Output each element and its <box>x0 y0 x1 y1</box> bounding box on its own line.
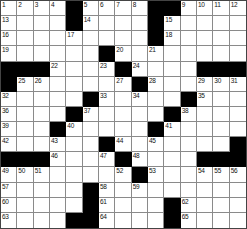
cell-r4c4[interactable] <box>50 46 66 61</box>
clue-number-34: 34 <box>133 92 140 99</box>
cell-r6c12[interactable] <box>181 77 197 92</box>
cell-r10c12[interactable] <box>181 137 197 152</box>
cell-r5c5[interactable] <box>66 62 82 77</box>
block-r11c8 <box>115 152 131 167</box>
clue-number-50: 50 <box>18 167 25 174</box>
block-r6c9 <box>132 77 148 92</box>
clue-number-12: 12 <box>231 1 238 8</box>
cell-r13c9[interactable]: 59 <box>132 183 148 198</box>
cell-r13c13[interactable] <box>197 183 213 198</box>
block-r11c1 <box>1 152 17 167</box>
cell-r12c14[interactable]: 55 <box>213 167 229 182</box>
cell-r14c5[interactable] <box>66 198 82 213</box>
clue-number-29: 29 <box>198 77 205 84</box>
block-r5c1 <box>1 62 17 77</box>
cell-r4c1[interactable]: 19 <box>1 46 17 61</box>
clue-number-1: 1 <box>2 1 5 8</box>
cell-r8c7[interactable] <box>99 107 115 122</box>
clue-number-43: 43 <box>51 137 58 144</box>
clue-number-44: 44 <box>116 137 123 144</box>
cell-r3c4[interactable] <box>50 31 66 46</box>
cell-r10c1[interactable]: 42 <box>1 137 17 152</box>
cell-r14c13[interactable] <box>197 198 213 213</box>
clue-number-54: 54 <box>198 167 205 174</box>
cell-r11c10[interactable] <box>148 152 164 167</box>
block-r15c6 <box>83 213 99 228</box>
cell-r13c1[interactable]: 57 <box>1 183 17 198</box>
cell-r12c4[interactable] <box>50 167 66 182</box>
clue-number-5: 5 <box>84 1 87 8</box>
clue-number-3: 3 <box>35 1 38 8</box>
block-r5c3 <box>34 62 50 77</box>
cell-r4c13[interactable] <box>197 46 213 61</box>
cell-r10c11[interactable] <box>164 137 180 152</box>
cell-r7c15[interactable] <box>230 92 246 107</box>
block-r9c10 <box>148 122 164 137</box>
cell-r7c9[interactable]: 34 <box>132 92 148 107</box>
cell-r4c6[interactable] <box>83 46 99 61</box>
cell-r14c10[interactable] <box>148 198 164 213</box>
cell-r15c12[interactable]: 65 <box>181 213 197 228</box>
clue-number-39: 39 <box>2 122 9 129</box>
cell-r3c12[interactable] <box>181 31 197 46</box>
cell-r12c7[interactable] <box>99 167 115 182</box>
cell-r10c5[interactable] <box>66 137 82 152</box>
block-r11c13 <box>197 152 213 167</box>
cell-r1c13[interactable]: 10 <box>197 1 213 16</box>
clue-number-52: 52 <box>116 167 123 174</box>
cell-r10c2[interactable] <box>17 137 33 152</box>
cell-r1c4[interactable]: 4 <box>50 1 66 16</box>
clue-number-28: 28 <box>149 77 156 84</box>
cell-r2c6[interactable]: 14 <box>83 16 99 31</box>
cell-r7c1[interactable]: 32 <box>1 92 17 107</box>
clue-number-65: 65 <box>182 213 189 220</box>
cell-r5c4[interactable]: 22 <box>50 62 66 77</box>
clue-number-37: 37 <box>84 107 91 114</box>
cell-r15c3[interactable] <box>34 213 50 228</box>
cell-r2c14[interactable] <box>213 16 229 31</box>
cell-r7c8[interactable] <box>115 92 131 107</box>
cell-r6c2[interactable]: 25 <box>17 77 33 92</box>
cell-r14c4[interactable] <box>50 198 66 213</box>
cell-r14c2[interactable] <box>17 198 33 213</box>
cell-r12c3[interactable]: 51 <box>34 167 50 182</box>
clue-number-25: 25 <box>18 77 25 84</box>
cell-r4c5[interactable] <box>66 46 82 61</box>
cell-r10c14[interactable] <box>213 137 229 152</box>
cell-r4c2[interactable] <box>17 46 33 61</box>
cell-r2c4[interactable] <box>50 16 66 31</box>
clue-number-51: 51 <box>35 167 42 174</box>
block-r3c10 <box>148 31 164 46</box>
clue-number-27: 27 <box>116 77 123 84</box>
cell-r7c4[interactable] <box>50 92 66 107</box>
cell-r15c14[interactable] <box>213 213 229 228</box>
clue-number-14: 14 <box>84 16 91 23</box>
cell-r12c1[interactable]: 49 <box>1 167 17 182</box>
block-r15c5 <box>66 213 82 228</box>
clue-number-41: 41 <box>165 122 172 129</box>
cell-r9c1[interactable]: 39 <box>1 122 17 137</box>
cell-r2c8[interactable] <box>115 16 131 31</box>
cell-r15c7[interactable]: 64 <box>99 213 115 228</box>
block-r5c13 <box>197 62 213 77</box>
cell-r15c13[interactable] <box>197 213 213 228</box>
block-r7c6 <box>83 92 99 107</box>
cell-r1c7[interactable]: 6 <box>99 1 115 16</box>
cell-r3c11[interactable]: 18 <box>164 31 180 46</box>
cell-r15c15[interactable] <box>230 213 246 228</box>
cell-r1c3[interactable]: 3 <box>34 1 50 16</box>
cell-r13c2[interactable] <box>17 183 33 198</box>
cell-r7c14[interactable] <box>213 92 229 107</box>
cell-r10c3[interactable] <box>34 137 50 152</box>
cell-r3c7[interactable] <box>99 31 115 46</box>
cell-r9c14[interactable] <box>213 122 229 137</box>
cell-r14c12[interactable]: 62 <box>181 198 197 213</box>
clue-number-36: 36 <box>2 107 9 114</box>
cell-r4c12[interactable] <box>181 46 197 61</box>
cell-r14c14[interactable] <box>213 198 229 213</box>
block-r5c2 <box>17 62 33 77</box>
clue-number-49: 49 <box>2 167 9 174</box>
block-r4c7 <box>99 46 115 61</box>
cell-r8c14[interactable] <box>213 107 229 122</box>
cell-r13c7[interactable]: 58 <box>99 183 115 198</box>
cell-r7c2[interactable] <box>17 92 33 107</box>
clue-number-16: 16 <box>2 31 9 38</box>
cell-r13c8[interactable] <box>115 183 131 198</box>
cell-r11c11[interactable] <box>164 152 180 167</box>
block-r13c6 <box>83 183 99 198</box>
cell-r5c11[interactable] <box>164 62 180 77</box>
block-r11c2 <box>17 152 33 167</box>
clue-number-33: 33 <box>100 92 107 99</box>
cell-r5c7[interactable]: 23 <box>99 62 115 77</box>
cell-r10c9[interactable] <box>132 137 148 152</box>
cell-r5c9[interactable]: 24 <box>132 62 148 77</box>
clue-number-62: 62 <box>182 198 189 205</box>
block-r15c11 <box>164 213 180 228</box>
cell-r10c10[interactable]: 45 <box>148 137 164 152</box>
cell-r12c2[interactable]: 50 <box>17 167 33 182</box>
cell-r4c15[interactable] <box>230 46 246 61</box>
cell-r7c11[interactable] <box>164 92 180 107</box>
clue-number-11: 11 <box>214 1 220 8</box>
cell-r15c1[interactable]: 63 <box>1 213 17 228</box>
cell-r14c9[interactable] <box>132 198 148 213</box>
clue-number-7: 7 <box>116 1 119 8</box>
block-r10c7 <box>99 137 115 152</box>
cell-r1c2[interactable]: 2 <box>17 1 33 16</box>
block-r2c10 <box>148 16 164 31</box>
cell-r2c1[interactable]: 13 <box>1 16 17 31</box>
cell-r9c3[interactable] <box>34 122 50 137</box>
cell-r15c2[interactable] <box>17 213 33 228</box>
cell-r3c13[interactable] <box>197 31 213 46</box>
cell-r1c9[interactable]: 8 <box>132 1 148 16</box>
cell-r7c5[interactable] <box>66 92 82 107</box>
cell-r15c8[interactable] <box>115 213 131 228</box>
crossword-grid: 1234567891011121314151617181920212223242… <box>0 0 247 229</box>
cell-r1c15[interactable]: 12 <box>230 1 246 16</box>
cell-r11c5[interactable] <box>66 152 82 167</box>
clue-number-30: 30 <box>214 77 221 84</box>
cell-r15c4[interactable] <box>50 213 66 228</box>
cell-r2c11[interactable]: 15 <box>164 16 180 31</box>
cell-r1c8[interactable]: 7 <box>115 1 131 16</box>
cell-r4c8[interactable]: 20 <box>115 46 131 61</box>
clue-number-24: 24 <box>133 62 140 69</box>
clue-number-15: 15 <box>165 16 172 23</box>
clue-number-22: 22 <box>51 62 58 69</box>
cell-r14c8[interactable] <box>115 198 131 213</box>
cell-r11c7[interactable]: 47 <box>99 152 115 167</box>
cell-r11c6[interactable] <box>83 152 99 167</box>
cell-r8c8[interactable] <box>115 107 131 122</box>
cell-r6c15[interactable]: 31 <box>230 77 246 92</box>
cell-r13c10[interactable] <box>148 183 164 198</box>
cell-r15c10[interactable] <box>148 213 164 228</box>
cell-r8c13[interactable] <box>197 107 213 122</box>
cell-r7c10[interactable] <box>148 92 164 107</box>
cell-r3c1[interactable]: 16 <box>1 31 17 46</box>
cell-r7c13[interactable]: 35 <box>197 92 213 107</box>
cell-r8c1[interactable]: 36 <box>1 107 17 122</box>
cell-r3c8[interactable] <box>115 31 131 46</box>
clue-number-47: 47 <box>100 152 107 159</box>
cell-r12c15[interactable]: 56 <box>230 167 246 182</box>
cell-r3c6[interactable] <box>83 31 99 46</box>
clue-number-60: 60 <box>2 198 9 205</box>
clue-number-8: 8 <box>133 1 136 8</box>
cell-r12c13[interactable]: 54 <box>197 167 213 182</box>
cell-r3c2[interactable] <box>17 31 33 46</box>
cell-r1c12[interactable]: 9 <box>181 1 197 16</box>
cell-r9c8[interactable] <box>115 122 131 137</box>
clue-number-18: 18 <box>165 31 172 38</box>
cell-r6c14[interactable]: 30 <box>213 77 229 92</box>
cell-r9c11[interactable]: 41 <box>164 122 180 137</box>
clue-number-17: 17 <box>67 31 74 38</box>
clue-number-48: 48 <box>133 152 140 159</box>
cell-r11c12[interactable] <box>181 152 197 167</box>
cell-r12c6[interactable] <box>83 167 99 182</box>
cell-r6c8[interactable]: 27 <box>115 77 131 92</box>
cell-r10c8[interactable]: 44 <box>115 137 131 152</box>
cell-r5c6[interactable] <box>83 62 99 77</box>
clue-number-9: 9 <box>182 1 185 8</box>
cell-r4c9[interactable] <box>132 46 148 61</box>
block-r7c12 <box>181 92 197 107</box>
cell-r12c11[interactable] <box>164 167 180 182</box>
block-r11c15 <box>230 152 246 167</box>
block-r12c9 <box>132 167 148 182</box>
clue-number-32: 32 <box>2 92 9 99</box>
cell-r6c10[interactable]: 28 <box>148 77 164 92</box>
cell-r12c12[interactable] <box>181 167 197 182</box>
cell-r2c3[interactable] <box>34 16 50 31</box>
block-r14c11 <box>164 198 180 213</box>
block-r5c8 <box>115 62 131 77</box>
block-r10c15 <box>230 137 246 152</box>
clue-number-56: 56 <box>231 167 238 174</box>
cell-r3c15[interactable] <box>230 31 246 46</box>
cell-r1c6[interactable]: 5 <box>83 1 99 16</box>
cell-r8c15[interactable] <box>230 107 246 122</box>
cell-r8c2[interactable] <box>17 107 33 122</box>
cell-r2c9[interactable] <box>132 16 148 31</box>
block-r5c14 <box>213 62 229 77</box>
cell-r1c14[interactable]: 11 <box>213 1 229 16</box>
clue-number-57: 57 <box>2 183 9 190</box>
cell-r14c7[interactable]: 61 <box>99 198 115 213</box>
cell-r8c9[interactable] <box>132 107 148 122</box>
block-r5c15 <box>230 62 246 77</box>
cell-r11c9[interactable]: 48 <box>132 152 148 167</box>
clue-number-53: 53 <box>149 167 156 174</box>
cell-r13c11[interactable] <box>164 183 180 198</box>
clue-number-58: 58 <box>100 183 107 190</box>
cell-r2c2[interactable] <box>17 16 33 31</box>
cell-r9c6[interactable] <box>83 122 99 137</box>
cell-r4c14[interactable] <box>213 46 229 61</box>
cell-r9c5[interactable]: 40 <box>66 122 82 137</box>
cell-r6c11[interactable] <box>164 77 180 92</box>
cell-r4c10[interactable]: 21 <box>148 46 164 61</box>
cell-r8c6[interactable]: 37 <box>83 107 99 122</box>
cell-r8c4[interactable] <box>50 107 66 122</box>
cell-r2c15[interactable] <box>230 16 246 31</box>
cell-r9c7[interactable] <box>99 122 115 137</box>
cell-r14c3[interactable] <box>34 198 50 213</box>
cell-r12c10[interactable]: 53 <box>148 167 164 182</box>
cell-r9c15[interactable] <box>230 122 246 137</box>
cell-r12c5[interactable] <box>66 167 82 182</box>
block-r8c11 <box>164 107 180 122</box>
clue-number-40: 40 <box>67 122 74 129</box>
block-r1c5 <box>66 1 82 16</box>
cell-r6c5[interactable] <box>66 77 82 92</box>
clue-number-55: 55 <box>214 167 221 174</box>
cell-r9c12[interactable] <box>181 122 197 137</box>
cell-r14c15[interactable] <box>230 198 246 213</box>
cell-r12c8[interactable]: 52 <box>115 167 131 182</box>
block-r8c5 <box>66 107 82 122</box>
cell-r2c13[interactable] <box>197 16 213 31</box>
block-r14c6 <box>83 198 99 213</box>
cell-r10c6[interactable] <box>83 137 99 152</box>
cell-r6c6[interactable] <box>83 77 99 92</box>
cell-r9c2[interactable] <box>17 122 33 137</box>
cell-r3c5[interactable]: 17 <box>66 31 82 46</box>
clue-number-61: 61 <box>100 198 107 205</box>
clue-number-35: 35 <box>198 92 205 99</box>
cell-r13c12[interactable] <box>181 183 197 198</box>
cell-r3c9[interactable] <box>132 31 148 46</box>
clue-number-59: 59 <box>133 183 140 190</box>
clue-number-46: 46 <box>51 152 58 159</box>
cell-r9c9[interactable] <box>132 122 148 137</box>
clue-number-2: 2 <box>18 1 21 8</box>
cell-r8c10[interactable] <box>148 107 164 122</box>
cell-r2c12[interactable] <box>181 16 197 31</box>
clue-number-23: 23 <box>100 62 107 69</box>
cell-r6c13[interactable]: 29 <box>197 77 213 92</box>
cell-r8c12[interactable]: 38 <box>181 107 197 122</box>
clue-number-42: 42 <box>2 137 9 144</box>
cell-r7c7[interactable]: 33 <box>99 92 115 107</box>
cell-r1c1[interactable]: 1 <box>1 1 17 16</box>
block-r1c11 <box>164 1 180 16</box>
clue-number-13: 13 <box>2 16 9 23</box>
cell-r6c7[interactable] <box>99 77 115 92</box>
cell-r6c3[interactable]: 26 <box>34 77 50 92</box>
block-r6c1 <box>1 77 17 92</box>
cell-r3c14[interactable] <box>213 31 229 46</box>
cell-r13c14[interactable] <box>213 183 229 198</box>
cell-r8c3[interactable] <box>34 107 50 122</box>
cell-r14c1[interactable]: 60 <box>1 198 17 213</box>
clue-number-64: 64 <box>100 213 107 220</box>
block-r2c5 <box>66 16 82 31</box>
block-r11c14 <box>213 152 229 167</box>
block-r1c10 <box>148 1 164 16</box>
cell-r5c12[interactable] <box>181 62 197 77</box>
cell-r13c3[interactable] <box>34 183 50 198</box>
cell-r5c10[interactable] <box>148 62 164 77</box>
cell-r13c4[interactable] <box>50 183 66 198</box>
cell-r7c3[interactable] <box>34 92 50 107</box>
clue-number-19: 19 <box>2 46 9 53</box>
cell-r13c15[interactable] <box>230 183 246 198</box>
cell-r4c3[interactable] <box>34 46 50 61</box>
cell-r3c3[interactable] <box>34 31 50 46</box>
clue-number-6: 6 <box>100 1 103 8</box>
clue-number-4: 4 <box>51 1 54 8</box>
clue-number-45: 45 <box>149 137 156 144</box>
cell-r4c11[interactable] <box>164 46 180 61</box>
block-r11c3 <box>34 152 50 167</box>
clue-number-38: 38 <box>182 107 189 114</box>
block-r9c4 <box>50 122 66 137</box>
cell-r6c4[interactable] <box>50 77 66 92</box>
clue-number-21: 21 <box>149 46 156 53</box>
clue-number-26: 26 <box>35 77 42 84</box>
cell-r2c7[interactable] <box>99 16 115 31</box>
clue-number-31: 31 <box>231 77 238 84</box>
cell-r15c9[interactable] <box>132 213 148 228</box>
clue-number-10: 10 <box>198 1 205 8</box>
clue-number-63: 63 <box>2 213 9 220</box>
cell-r10c13[interactable] <box>197 137 213 152</box>
cell-r11c4[interactable]: 46 <box>50 152 66 167</box>
cell-r10c4[interactable]: 43 <box>50 137 66 152</box>
clue-number-20: 20 <box>116 46 123 53</box>
cell-r13c5[interactable] <box>66 183 82 198</box>
cell-r9c13[interactable] <box>197 122 213 137</box>
